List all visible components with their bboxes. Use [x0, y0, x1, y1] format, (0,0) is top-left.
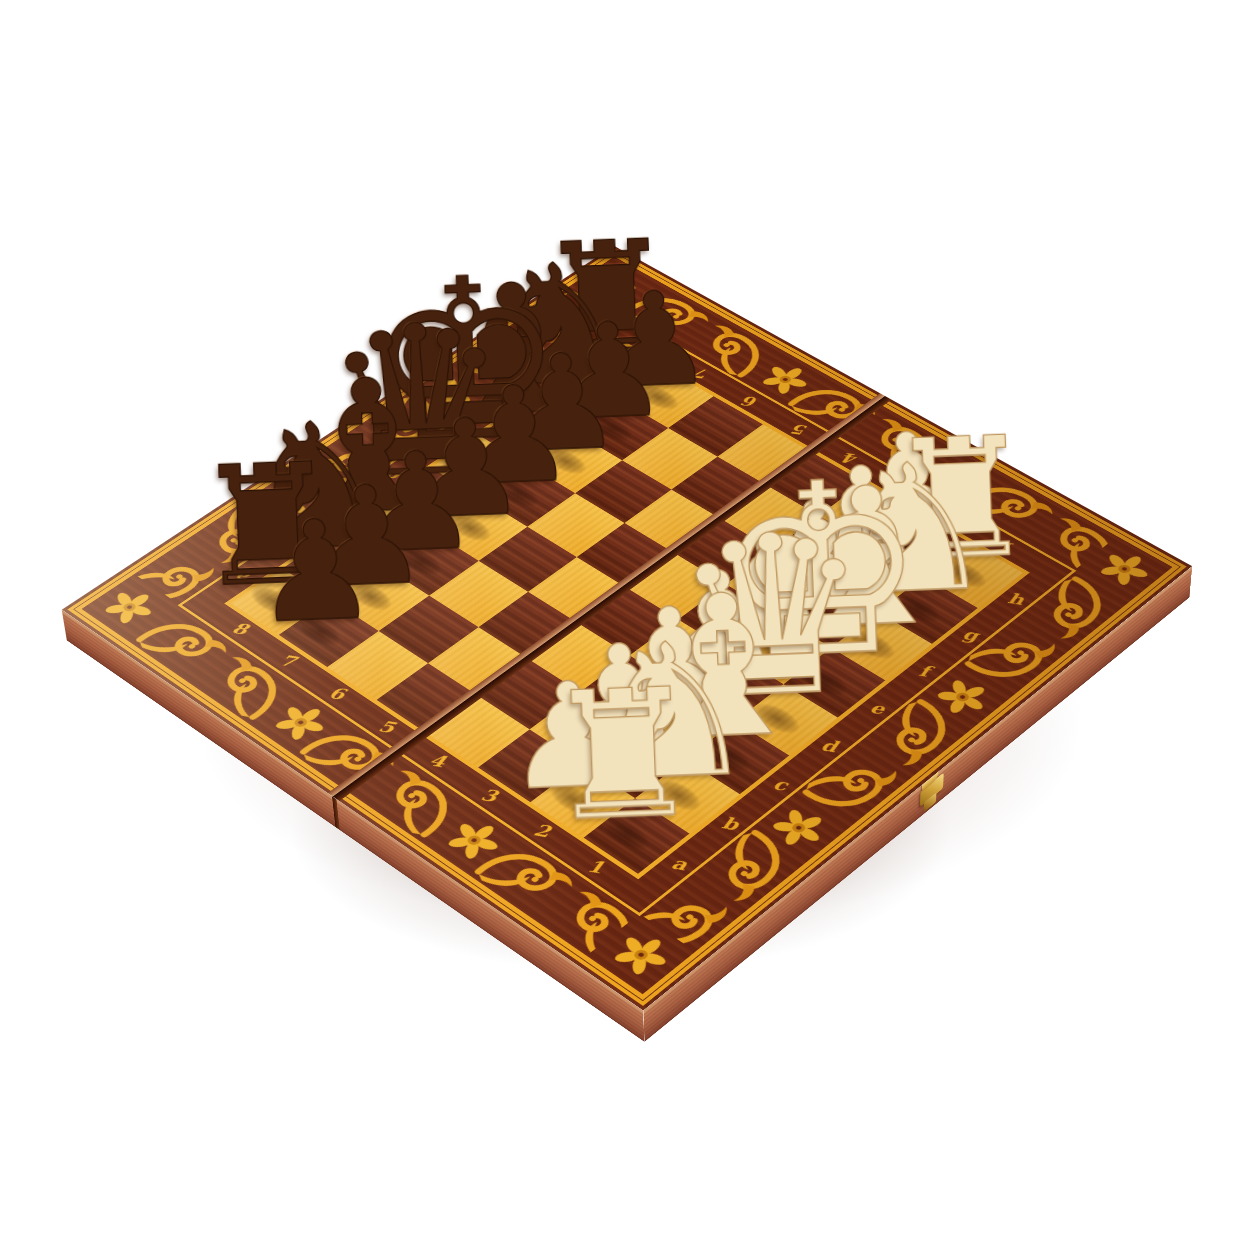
rank-label-7: 7: [262, 648, 314, 674]
chess-piece[interactable]: ♟: [219, 404, 410, 643]
rank-label-1: 1: [569, 853, 623, 882]
chess-piece[interactable]: ♜: [520, 594, 722, 848]
square-a5[interactable]: [377, 663, 479, 733]
piece-glyph-white-r: ♜: [541, 665, 705, 847]
file-label-a: a: [653, 849, 707, 878]
rank-label-6: 6: [311, 681, 363, 708]
rank-label-5: 5: [361, 714, 413, 741]
photo-canvas: 8877665544332211hhggffeeddccbbaa ♜♞♝♛♚♝♞…: [0, 0, 1250, 1250]
piece-glyph-dark-p: ♟: [252, 500, 380, 642]
square-a6[interactable]: [327, 631, 428, 700]
rank-label-4: 4: [411, 747, 464, 775]
